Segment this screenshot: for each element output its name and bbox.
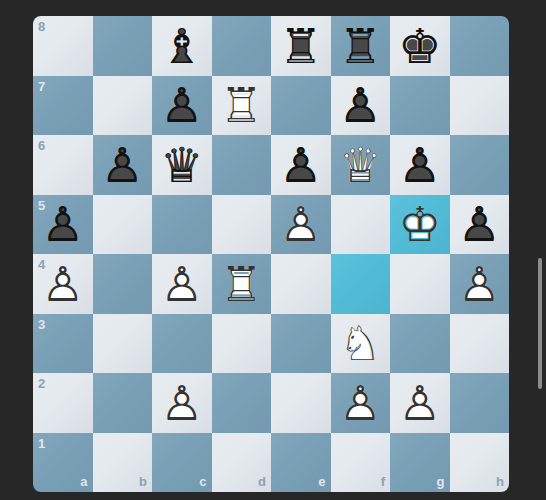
square-a6[interactable]: 6: [33, 135, 93, 195]
black-pawn-icon: ♟: [331, 76, 391, 136]
pawn-outline-icon: ♙: [152, 76, 212, 136]
square-c6[interactable]: ♛♕: [152, 135, 212, 195]
file-label-c: c: [199, 475, 206, 488]
white-pawn-icon: ♟: [450, 254, 510, 314]
square-a1[interactable]: 1a: [33, 433, 93, 493]
square-h4[interactable]: ♟♙: [450, 254, 510, 314]
square-e6[interactable]: ♟♙: [271, 135, 331, 195]
square-f3[interactable]: ♞♘: [331, 314, 391, 374]
pawn-outline-icon: ♙: [152, 373, 212, 433]
square-a3[interactable]: 3: [33, 314, 93, 374]
piece-white-rook-d4[interactable]: ♜♖: [212, 254, 272, 314]
piece-white-pawn-c4[interactable]: ♟♙: [152, 254, 212, 314]
rank-label-2: 2: [38, 377, 45, 390]
square-f1[interactable]: f: [331, 433, 391, 493]
rank-label-3: 3: [38, 318, 45, 331]
rank-label-8: 8: [38, 20, 45, 33]
pawn-outline-icon: ♙: [271, 195, 331, 255]
chess-board: 8♝♗♜♖♜♖♚♔7♟♙♜♖♟♙6♟♙♛♕♟♙♛♕♟♙5♟♙♟♙♚♔♟♙4♟♙♟…: [33, 16, 509, 492]
piece-black-king-g8[interactable]: ♚♔: [390, 16, 450, 76]
rank-label-7: 7: [38, 80, 45, 93]
square-h2[interactable]: [450, 373, 510, 433]
square-g7[interactable]: [390, 76, 450, 136]
white-pawn-icon: ♟: [152, 373, 212, 433]
rook-outline-icon: ♖: [212, 76, 272, 136]
square-c3[interactable]: [152, 314, 212, 374]
piece-black-queen-c6[interactable]: ♛♕: [152, 135, 212, 195]
square-b2[interactable]: [93, 373, 153, 433]
piece-white-pawn-e5[interactable]: ♟♙: [271, 195, 331, 255]
piece-black-pawn-f7[interactable]: ♟♙: [331, 76, 391, 136]
white-pawn-icon: ♟: [152, 254, 212, 314]
black-pawn-icon: ♟: [152, 76, 212, 136]
file-label-e: e: [318, 475, 325, 488]
pawn-outline-icon: ♙: [331, 373, 391, 433]
piece-white-king-g5[interactable]: ♚♔: [390, 195, 450, 255]
piece-black-pawn-b6[interactable]: ♟♙: [93, 135, 153, 195]
file-label-d: d: [258, 475, 266, 488]
pawn-outline-icon: ♙: [93, 135, 153, 195]
white-pawn-icon: ♟: [271, 195, 331, 255]
pawn-outline-icon: ♙: [271, 135, 331, 195]
square-h6[interactable]: [450, 135, 510, 195]
square-b3[interactable]: [93, 314, 153, 374]
white-queen-icon: ♛: [331, 135, 391, 195]
file-label-f: f: [381, 475, 385, 488]
square-f5[interactable]: [331, 195, 391, 255]
square-h5[interactable]: ♟♙: [450, 195, 510, 255]
piece-black-pawn-h5[interactable]: ♟♙: [450, 195, 510, 255]
rank-label-4: 4: [38, 258, 45, 271]
square-c4[interactable]: ♟♙: [152, 254, 212, 314]
rank-label-5: 5: [38, 199, 45, 212]
square-d6[interactable]: [212, 135, 272, 195]
square-d5[interactable]: [212, 195, 272, 255]
rank-label-6: 6: [38, 139, 45, 152]
square-f7[interactable]: ♟♙: [331, 76, 391, 136]
queen-outline-icon: ♕: [331, 135, 391, 195]
square-c8[interactable]: ♝♗: [152, 16, 212, 76]
square-g3[interactable]: [390, 314, 450, 374]
black-rook-icon: ♜: [331, 16, 391, 76]
black-queen-icon: ♛: [152, 135, 212, 195]
square-b8[interactable]: [93, 16, 153, 76]
square-d2[interactable]: [212, 373, 272, 433]
piece-white-rook-d7[interactable]: ♜♖: [212, 76, 272, 136]
black-rook-icon: ♜: [271, 16, 331, 76]
piece-black-rook-e8[interactable]: ♜♖: [271, 16, 331, 76]
square-e5[interactable]: ♟♙: [271, 195, 331, 255]
square-c1[interactable]: c: [152, 433, 212, 493]
black-bishop-icon: ♝: [152, 16, 212, 76]
file-label-a: a: [80, 475, 87, 488]
square-h7[interactable]: [450, 76, 510, 136]
square-c7[interactable]: ♟♙: [152, 76, 212, 136]
square-d7[interactable]: ♜♖: [212, 76, 272, 136]
square-g5[interactable]: ♚♔: [390, 195, 450, 255]
queen-outline-icon: ♕: [152, 135, 212, 195]
square-h3[interactable]: [450, 314, 510, 374]
square-a8[interactable]: 8: [33, 16, 93, 76]
pawn-outline-icon: ♙: [390, 373, 450, 433]
piece-white-knight-f3[interactable]: ♞♘: [331, 314, 391, 374]
rook-outline-icon: ♖: [212, 254, 272, 314]
piece-white-pawn-h4[interactable]: ♟♙: [450, 254, 510, 314]
square-e3[interactable]: [271, 314, 331, 374]
pawn-outline-icon: ♙: [450, 195, 510, 255]
square-h8[interactable]: [450, 16, 510, 76]
scrollbar-thumb[interactable]: [538, 258, 542, 389]
square-e8[interactable]: ♜♖: [271, 16, 331, 76]
white-rook-icon: ♜: [212, 254, 272, 314]
square-d3[interactable]: [212, 314, 272, 374]
square-c5[interactable]: [152, 195, 212, 255]
square-a2[interactable]: 2: [33, 373, 93, 433]
piece-black-pawn-e6[interactable]: ♟♙: [271, 135, 331, 195]
piece-black-rook-f8[interactable]: ♜♖: [331, 16, 391, 76]
pawn-outline-icon: ♙: [152, 254, 212, 314]
square-c2[interactable]: ♟♙: [152, 373, 212, 433]
piece-black-bishop-c8[interactable]: ♝♗: [152, 16, 212, 76]
pawn-outline-icon: ♙: [390, 135, 450, 195]
king-outline-icon: ♔: [390, 16, 450, 76]
square-d8[interactable]: [212, 16, 272, 76]
square-h1[interactable]: h: [450, 433, 510, 493]
white-pawn-icon: ♟: [390, 373, 450, 433]
black-king-icon: ♚: [390, 16, 450, 76]
rook-outline-icon: ♖: [331, 16, 391, 76]
file-label-g: g: [437, 475, 445, 488]
piece-black-pawn-c7[interactable]: ♟♙: [152, 76, 212, 136]
square-f6[interactable]: ♛♕: [331, 135, 391, 195]
knight-outline-icon: ♘: [331, 314, 391, 374]
square-b6[interactable]: ♟♙: [93, 135, 153, 195]
square-b7[interactable]: [93, 76, 153, 136]
black-pawn-icon: ♟: [390, 135, 450, 195]
square-g6[interactable]: ♟♙: [390, 135, 450, 195]
rook-outline-icon: ♖: [271, 16, 331, 76]
square-d1[interactable]: d: [212, 433, 272, 493]
white-knight-icon: ♞: [331, 314, 391, 374]
black-pawn-icon: ♟: [450, 195, 510, 255]
square-f4[interactable]: [331, 254, 391, 314]
piece-white-queen-f6[interactable]: ♛♕: [331, 135, 391, 195]
piece-black-pawn-g6[interactable]: ♟♙: [390, 135, 450, 195]
square-g2[interactable]: ♟♙: [390, 373, 450, 433]
pawn-outline-icon: ♙: [450, 254, 510, 314]
piece-white-pawn-f2[interactable]: ♟♙: [331, 373, 391, 433]
square-b5[interactable]: [93, 195, 153, 255]
king-outline-icon: ♔: [390, 195, 450, 255]
square-g1[interactable]: g: [390, 433, 450, 493]
square-b1[interactable]: b: [93, 433, 153, 493]
black-pawn-icon: ♟: [93, 135, 153, 195]
pawn-outline-icon: ♙: [331, 76, 391, 136]
bishop-outline-icon: ♗: [152, 16, 212, 76]
piece-white-pawn-g2[interactable]: ♟♙: [390, 373, 450, 433]
white-pawn-icon: ♟: [331, 373, 391, 433]
rank-label-1: 1: [38, 437, 45, 450]
square-e1[interactable]: e: [271, 433, 331, 493]
square-f2[interactable]: ♟♙: [331, 373, 391, 433]
white-king-icon: ♚: [390, 195, 450, 255]
square-d4[interactable]: ♜♖: [212, 254, 272, 314]
square-b4[interactable]: [93, 254, 153, 314]
square-e2[interactable]: [271, 373, 331, 433]
square-e4[interactable]: [271, 254, 331, 314]
square-g8[interactable]: ♚♔: [390, 16, 450, 76]
square-g4[interactable]: [390, 254, 450, 314]
piece-white-pawn-c2[interactable]: ♟♙: [152, 373, 212, 433]
square-a7[interactable]: 7: [33, 76, 93, 136]
white-rook-icon: ♜: [212, 76, 272, 136]
square-a5[interactable]: 5♟♙: [33, 195, 93, 255]
square-e7[interactable]: [271, 76, 331, 136]
file-label-b: b: [139, 475, 147, 488]
square-a4[interactable]: 4♟♙: [33, 254, 93, 314]
black-pawn-icon: ♟: [271, 135, 331, 195]
square-f8[interactable]: ♜♖: [331, 16, 391, 76]
file-label-h: h: [496, 475, 504, 488]
